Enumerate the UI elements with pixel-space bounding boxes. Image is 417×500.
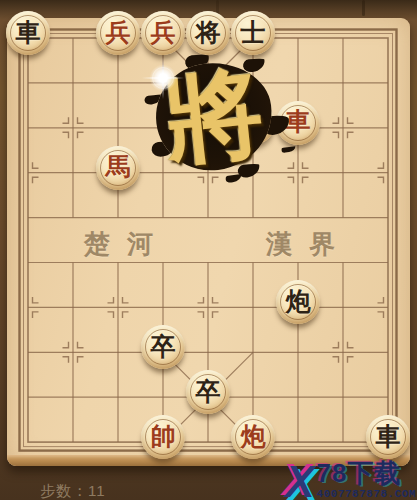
board-point: 卒 <box>186 375 231 420</box>
piece-black-soldier[interactable]: 卒 <box>141 325 185 369</box>
piece-black-general[interactable]: 将 <box>186 11 230 55</box>
piece-character: 炮 <box>286 289 311 314</box>
board-point: 炮 <box>231 420 276 465</box>
piece-red-cannon[interactable]: 炮 <box>231 415 275 459</box>
piece-black-cannon[interactable]: 炮 <box>276 280 320 324</box>
move-sparkle-effect <box>149 64 177 92</box>
board-point: 車 <box>6 16 51 61</box>
piece-black-chariot[interactable]: 車 <box>366 415 410 459</box>
piece-red-chariot[interactable]: 車 <box>276 101 320 145</box>
piece-character: 兵 <box>106 20 131 45</box>
piece-character: 車 <box>376 424 401 449</box>
piece-black-chariot[interactable]: 車 <box>6 11 50 55</box>
piece-red-general[interactable]: 帥 <box>141 415 185 459</box>
board-point: 馬 <box>96 150 141 195</box>
board-point: 卒 <box>141 330 186 375</box>
piece-red-horse[interactable]: 馬 <box>96 146 140 190</box>
piece-character: 卒 <box>151 334 176 359</box>
piece-character: 馬 <box>106 154 131 179</box>
site-watermark: X 78下载 4007787878.COM <box>285 460 416 500</box>
board-point: 帥 <box>141 420 186 465</box>
piece-character: 車 <box>286 109 311 134</box>
wood-plank-seam <box>362 0 365 16</box>
piece-character: 炮 <box>241 424 266 449</box>
piece-black-soldier[interactable]: 卒 <box>186 370 230 414</box>
board-point: 兵 <box>141 16 186 61</box>
watermark-x-logo-icon: X <box>285 462 314 500</box>
piece-character: 兵 <box>151 20 176 45</box>
piece-character: 車 <box>16 20 41 45</box>
board-point: 炮 <box>276 285 321 330</box>
board-point: 兵 <box>96 16 141 61</box>
watermark-site-name: 78下载 <box>317 460 402 487</box>
watermark-phone: 4007787878.COM <box>317 488 416 500</box>
step-counter: 步数：11 <box>40 482 106 500</box>
piece-character: 将 <box>196 20 221 45</box>
board-point: 車 <box>276 105 321 150</box>
piece-character: 士 <box>241 20 266 45</box>
piece-red-soldier[interactable]: 兵 <box>96 11 140 55</box>
piece-character: 帥 <box>151 424 176 449</box>
piece-red-soldier[interactable]: 兵 <box>141 11 185 55</box>
piece-character: 卒 <box>196 379 221 404</box>
